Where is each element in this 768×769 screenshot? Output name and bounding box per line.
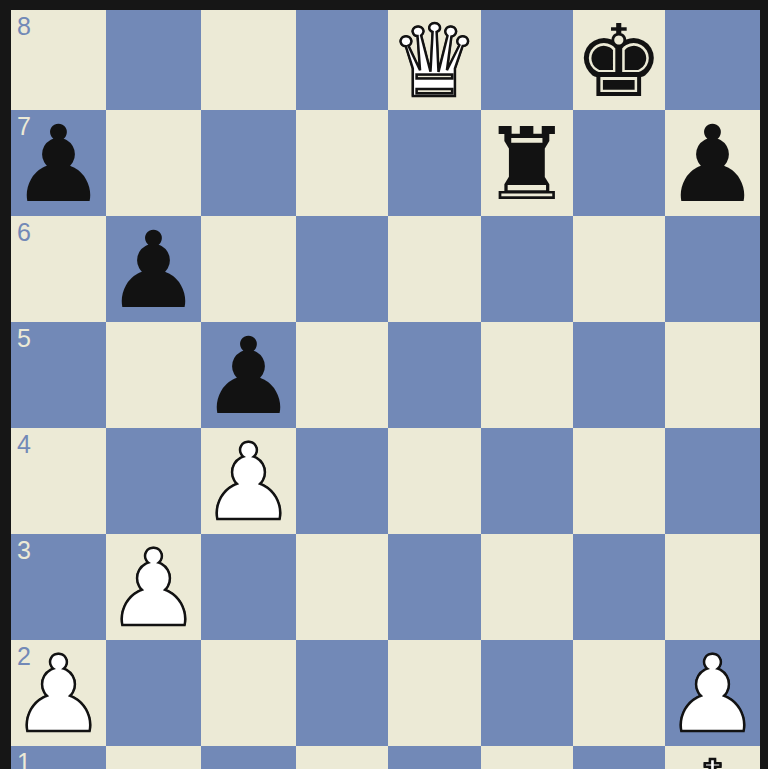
square-a6[interactable]: 6 [11,216,106,322]
square-e8[interactable]: ♛ [388,10,480,110]
square-c8[interactable] [201,10,296,110]
square-a7[interactable]: 7♟ [11,110,106,216]
square-c7[interactable] [201,110,296,216]
piece-white-pawn[interactable]: ♟ [201,430,296,536]
square-f4[interactable] [481,428,573,534]
piece-black-king[interactable]: ♚ [574,12,664,112]
square-f1[interactable]: f [481,746,573,769]
square-g6[interactable] [573,216,665,322]
square-e4[interactable] [388,428,480,534]
square-e1[interactable]: e [388,746,480,769]
square-c4[interactable]: ♟ [201,428,296,534]
square-c2[interactable] [201,640,296,746]
square-b7[interactable] [106,110,201,216]
square-g1[interactable]: g [573,746,665,769]
square-h1[interactable]: h♚ [665,746,760,769]
square-b6[interactable]: ♟ [106,216,201,322]
piece-black-pawn[interactable]: ♟ [11,112,106,218]
piece-white-pawn[interactable]: ♟ [11,642,106,748]
square-f3[interactable] [481,534,573,640]
square-f7[interactable]: ♜ [481,110,573,216]
square-e2[interactable] [388,640,480,746]
square-f5[interactable] [481,322,573,428]
piece-black-rook[interactable]: ♜ [482,115,572,215]
square-d7[interactable] [296,110,388,216]
square-f6[interactable] [481,216,573,322]
square-d8[interactable] [296,10,388,110]
square-g4[interactable] [573,428,665,534]
square-h2[interactable]: ♟ [665,640,760,746]
square-c1[interactable]: c [201,746,296,769]
square-a5[interactable]: 5 [11,322,106,428]
square-a2[interactable]: 2♟ [11,640,106,746]
square-h7[interactable]: ♟ [665,110,760,216]
square-b5[interactable] [106,322,201,428]
piece-black-pawn[interactable]: ♟ [201,324,296,430]
chess-board-grid: 8♛♚7♟♜♟6♟5♟4♟3♟2♟♟1abcdefgh♚ [11,10,760,757]
square-g8[interactable]: ♚ [573,10,665,110]
square-e3[interactable] [388,534,480,640]
square-d2[interactable] [296,640,388,746]
square-c3[interactable] [201,534,296,640]
rank-label-8: 8 [17,14,31,39]
square-d6[interactable] [296,216,388,322]
square-d5[interactable] [296,322,388,428]
square-a4[interactable]: 4 [11,428,106,534]
square-h8[interactable] [665,10,760,110]
piece-white-king[interactable]: ♚ [668,748,758,769]
square-c6[interactable] [201,216,296,322]
square-a1[interactable]: 1a [11,746,106,769]
square-g2[interactable] [573,640,665,746]
square-g5[interactable] [573,322,665,428]
square-e7[interactable] [388,110,480,216]
rank-label-3: 3 [17,538,31,563]
piece-white-queen[interactable]: ♛ [390,12,480,112]
square-d3[interactable] [296,534,388,640]
square-f8[interactable] [481,10,573,110]
square-d1[interactable]: d [296,746,388,769]
square-b2[interactable] [106,640,201,746]
square-d4[interactable] [296,428,388,534]
square-h4[interactable] [665,428,760,534]
square-e5[interactable] [388,322,480,428]
rank-label-1: 1 [17,750,31,769]
rank-label-6: 6 [17,220,31,245]
square-b4[interactable] [106,428,201,534]
square-b3[interactable]: ♟ [106,534,201,640]
piece-black-pawn[interactable]: ♟ [665,112,760,218]
square-b1[interactable]: b [106,746,201,769]
square-f2[interactable] [481,640,573,746]
piece-white-pawn[interactable]: ♟ [665,642,760,748]
square-a3[interactable]: 3 [11,534,106,640]
square-a8[interactable]: 8 [11,10,106,110]
square-h6[interactable] [665,216,760,322]
square-e6[interactable] [388,216,480,322]
square-c5[interactable]: ♟ [201,322,296,428]
piece-white-pawn[interactable]: ♟ [106,536,201,642]
square-h3[interactable] [665,534,760,640]
square-b8[interactable] [106,10,201,110]
square-g7[interactable] [573,110,665,216]
piece-black-pawn[interactable]: ♟ [106,218,201,324]
square-h5[interactable] [665,322,760,428]
rank-label-5: 5 [17,326,31,351]
square-g3[interactable] [573,534,665,640]
chess-board: 8♛♚7♟♜♟6♟5♟4♟3♟2♟♟1abcdefgh♚ [11,10,760,757]
rank-label-4: 4 [17,432,31,457]
